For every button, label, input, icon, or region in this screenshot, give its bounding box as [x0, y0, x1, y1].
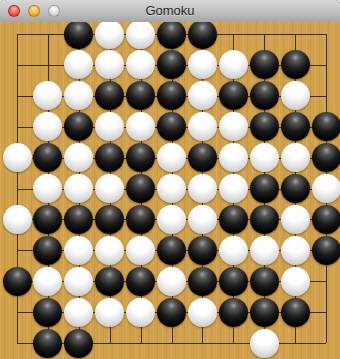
black-stone	[95, 205, 124, 234]
black-stone	[188, 267, 217, 296]
white-stone	[126, 298, 155, 327]
white-stone	[64, 81, 93, 110]
black-stone	[281, 50, 310, 79]
black-stone	[157, 298, 186, 327]
white-stone	[188, 50, 217, 79]
white-stone	[126, 22, 155, 49]
white-stone	[250, 236, 279, 265]
white-stone	[33, 81, 62, 110]
black-stone	[157, 22, 186, 49]
black-stone	[281, 112, 310, 141]
black-stone	[157, 50, 186, 79]
white-stone	[126, 112, 155, 141]
black-stone	[157, 81, 186, 110]
black-stone	[33, 143, 62, 172]
black-stone	[250, 81, 279, 110]
black-stone	[157, 112, 186, 141]
black-stone	[64, 22, 93, 49]
gomoku-window: Gomoku	[0, 0, 340, 359]
black-stone	[219, 205, 248, 234]
white-stone	[64, 50, 93, 79]
white-stone	[64, 143, 93, 172]
black-stone	[3, 267, 32, 296]
white-stone	[281, 205, 310, 234]
white-stone	[64, 267, 93, 296]
white-stone	[188, 174, 217, 203]
black-stone	[312, 143, 340, 172]
black-stone	[250, 298, 279, 327]
black-stone	[312, 112, 340, 141]
white-stone	[219, 50, 248, 79]
black-stone	[281, 298, 310, 327]
white-stone	[157, 143, 186, 172]
white-stone	[157, 205, 186, 234]
white-stone	[281, 267, 310, 296]
white-stone	[281, 236, 310, 265]
white-stone	[3, 143, 32, 172]
black-stone	[188, 143, 217, 172]
game-board[interactable]	[0, 22, 340, 359]
black-stone	[157, 236, 186, 265]
black-stone	[250, 50, 279, 79]
black-stone	[126, 81, 155, 110]
white-stone	[95, 174, 124, 203]
black-stone	[64, 112, 93, 141]
black-stone	[250, 112, 279, 141]
white-stone	[219, 143, 248, 172]
black-stone	[188, 22, 217, 49]
black-stone	[33, 329, 62, 358]
black-stone	[312, 236, 340, 265]
black-stone	[126, 174, 155, 203]
black-stone	[95, 143, 124, 172]
black-stone	[250, 205, 279, 234]
white-stone	[64, 174, 93, 203]
black-stone	[312, 205, 340, 234]
black-stone	[250, 267, 279, 296]
black-stone	[95, 81, 124, 110]
black-stone	[219, 81, 248, 110]
black-stone	[219, 298, 248, 327]
window-title: Gomoku	[0, 0, 340, 22]
white-stone	[219, 236, 248, 265]
white-stone	[157, 267, 186, 296]
white-stone	[3, 205, 32, 234]
white-stone	[188, 112, 217, 141]
black-stone	[95, 267, 124, 296]
black-stone	[126, 267, 155, 296]
white-stone	[188, 81, 217, 110]
white-stone	[281, 81, 310, 110]
black-stone	[33, 236, 62, 265]
white-stone	[188, 298, 217, 327]
white-stone	[64, 236, 93, 265]
white-stone	[33, 267, 62, 296]
black-stone	[250, 174, 279, 203]
white-stone	[157, 174, 186, 203]
white-stone	[64, 298, 93, 327]
black-stone	[281, 174, 310, 203]
black-stone	[188, 236, 217, 265]
white-stone	[281, 143, 310, 172]
black-stone	[64, 329, 93, 358]
white-stone	[219, 112, 248, 141]
white-stone	[126, 236, 155, 265]
black-stone	[64, 205, 93, 234]
title-bar[interactable]: Gomoku	[0, 0, 340, 23]
white-stone	[126, 50, 155, 79]
black-stone	[219, 267, 248, 296]
white-stone	[33, 112, 62, 141]
white-stone	[219, 174, 248, 203]
black-stone	[33, 298, 62, 327]
black-stone	[126, 205, 155, 234]
white-stone	[95, 298, 124, 327]
white-stone	[312, 174, 340, 203]
white-stone	[188, 205, 217, 234]
white-stone	[95, 112, 124, 141]
white-stone	[250, 329, 279, 358]
white-stone	[250, 143, 279, 172]
white-stone	[95, 22, 124, 49]
black-stone	[126, 143, 155, 172]
white-stone	[95, 236, 124, 265]
white-stone	[95, 50, 124, 79]
black-stone	[33, 205, 62, 234]
white-stone	[33, 174, 62, 203]
